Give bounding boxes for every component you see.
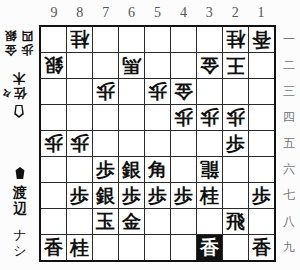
piece: 歩 bbox=[145, 183, 170, 208]
piece: 歩 bbox=[197, 105, 222, 130]
piece: 歩 bbox=[41, 131, 66, 156]
board-cell[interactable] bbox=[249, 131, 274, 156]
piece: 角 bbox=[145, 157, 170, 182]
file-label: 6 bbox=[119, 4, 145, 22]
board-cell[interactable] bbox=[197, 27, 222, 52]
piece: 金 bbox=[119, 209, 144, 234]
board-cell[interactable]: 歩 bbox=[223, 105, 248, 130]
file-label: 1 bbox=[248, 4, 274, 22]
piece: 歩 bbox=[119, 183, 144, 208]
shogi-diagram: 987654321 一二三四五六七八九 桂桂香銀馬金王歩歩金歩歩歩歩歩歩歩銀角龍… bbox=[0, 0, 300, 270]
piece: 歩 bbox=[223, 131, 248, 156]
board-cell[interactable]: 龍 bbox=[197, 157, 222, 182]
piece: 歩 bbox=[249, 183, 274, 208]
board-cell[interactable] bbox=[119, 131, 144, 156]
board-cell[interactable]: 香 bbox=[249, 235, 274, 260]
board-cell[interactable] bbox=[145, 53, 170, 78]
board-cell[interactable] bbox=[223, 183, 248, 208]
piece: 馬 bbox=[119, 53, 144, 78]
board-cell[interactable] bbox=[223, 79, 248, 104]
piece: 桂 bbox=[223, 27, 248, 52]
file-label: 4 bbox=[170, 4, 196, 22]
rank-label: 七 bbox=[281, 182, 297, 208]
board-cell[interactable] bbox=[41, 209, 66, 234]
board-cell[interactable]: 歩 bbox=[171, 183, 196, 208]
board-cell[interactable]: 銀 bbox=[119, 157, 144, 182]
rank-label: 五 bbox=[281, 131, 297, 157]
board-cell[interactable]: 歩 bbox=[41, 131, 66, 156]
file-label: 9 bbox=[41, 4, 67, 22]
rank-label: 六 bbox=[281, 156, 297, 182]
piece: 王 bbox=[223, 53, 248, 78]
board-cell[interactable] bbox=[145, 105, 170, 130]
piece: 歩 bbox=[223, 105, 248, 130]
board-cell[interactable]: 歩 bbox=[67, 131, 92, 156]
piece: 銀 bbox=[93, 183, 118, 208]
board-cell[interactable]: 歩 bbox=[67, 183, 92, 208]
board-cell[interactable] bbox=[145, 131, 170, 156]
board-cell[interactable]: 金 bbox=[197, 53, 222, 78]
piece: 香 bbox=[41, 235, 66, 260]
board-cell[interactable]: 歩 bbox=[119, 183, 144, 208]
gote-captured: 金銀 歩四 bbox=[4, 29, 35, 57]
board-cell[interactable] bbox=[93, 27, 118, 52]
piece: 歩 bbox=[93, 157, 118, 182]
rank-labels: 一二三四五六七八九 bbox=[281, 27, 297, 260]
piece: 金 bbox=[197, 53, 222, 78]
board-cell[interactable] bbox=[41, 157, 66, 182]
sente-captured: ナシ bbox=[13, 227, 28, 259]
board-cell[interactable] bbox=[145, 209, 170, 234]
board-cell[interactable] bbox=[223, 235, 248, 260]
piece: 龍 bbox=[197, 157, 222, 182]
rank-label: 一 bbox=[281, 27, 297, 53]
file-label: 7 bbox=[93, 4, 119, 22]
board-cell[interactable]: 歩 bbox=[145, 79, 170, 104]
board-cell[interactable]: 歩 bbox=[145, 183, 170, 208]
board-cell[interactable] bbox=[223, 157, 248, 182]
board-cell[interactable]: 金 bbox=[171, 79, 196, 104]
board-cell[interactable] bbox=[197, 209, 222, 234]
file-labels: 987654321 bbox=[41, 4, 274, 22]
board-cell[interactable]: 歩 bbox=[223, 131, 248, 156]
board-cell[interactable] bbox=[171, 27, 196, 52]
board-cell[interactable] bbox=[249, 53, 274, 78]
sente-mark-icon bbox=[15, 167, 26, 179]
board-cell[interactable]: 歩 bbox=[249, 183, 274, 208]
piece: 玉 bbox=[93, 209, 118, 234]
file-label: 2 bbox=[222, 4, 248, 22]
gote-captured-column: 金銀 bbox=[4, 29, 18, 57]
sente-info: 渡辺 ナシ bbox=[9, 167, 31, 267]
piece: 飛 bbox=[223, 209, 248, 234]
board-cell[interactable] bbox=[67, 105, 92, 130]
board-cell[interactable] bbox=[171, 157, 196, 182]
piece: 歩 bbox=[67, 183, 92, 208]
rank-label: 九 bbox=[281, 234, 297, 260]
piece: 香 bbox=[249, 235, 274, 260]
board-cell[interactable] bbox=[249, 105, 274, 130]
board-cell[interactable]: 桂 bbox=[223, 27, 248, 52]
board-cell[interactable] bbox=[67, 209, 92, 234]
board-cell[interactable]: 飛 bbox=[223, 209, 248, 234]
board-cell[interactable]: 歩 bbox=[93, 79, 118, 104]
board-cell[interactable] bbox=[93, 131, 118, 156]
piece: 香 bbox=[197, 235, 222, 260]
board-cell[interactable] bbox=[119, 105, 144, 130]
board-cell[interactable] bbox=[171, 235, 196, 260]
board-cell[interactable]: 歩 bbox=[93, 157, 118, 182]
piece: 歩 bbox=[93, 79, 118, 104]
board-cell[interactable] bbox=[41, 79, 66, 104]
board-cell[interactable] bbox=[197, 131, 222, 156]
piece: 桂 bbox=[67, 27, 92, 52]
board-cell[interactable] bbox=[197, 79, 222, 104]
piece: 香 bbox=[249, 27, 274, 52]
board-cell[interactable] bbox=[67, 53, 92, 78]
piece: 桂 bbox=[67, 235, 92, 260]
piece: 歩 bbox=[171, 183, 196, 208]
board-cell[interactable]: 金 bbox=[119, 209, 144, 234]
board-cell[interactable]: 歩 bbox=[197, 105, 222, 130]
file-label: 3 bbox=[196, 4, 222, 22]
board-cell[interactable] bbox=[67, 157, 92, 182]
board-cell[interactable] bbox=[119, 27, 144, 52]
board-cell[interactable] bbox=[171, 131, 196, 156]
rank-label: 三 bbox=[281, 79, 297, 105]
board-cell[interactable] bbox=[93, 105, 118, 130]
board-cell[interactable] bbox=[145, 235, 170, 260]
gote-mark-icon bbox=[13, 105, 25, 118]
gote-info: 佐々木 金銀 歩四 bbox=[1, 4, 37, 118]
board-cell[interactable]: 王 bbox=[223, 53, 248, 78]
board-cell[interactable] bbox=[67, 79, 92, 104]
piece: 歩 bbox=[67, 131, 92, 156]
board-cell[interactable] bbox=[145, 27, 170, 52]
board-cell[interactable]: 桂 bbox=[197, 183, 222, 208]
board-cell[interactable] bbox=[171, 53, 196, 78]
piece: 桂 bbox=[197, 183, 222, 208]
board-cell[interactable] bbox=[93, 53, 118, 78]
rank-label: 八 bbox=[281, 208, 297, 234]
board-cell[interactable] bbox=[249, 79, 274, 104]
board-cell[interactable] bbox=[249, 157, 274, 182]
board-cell[interactable]: 桂 bbox=[67, 27, 92, 52]
piece: 歩 bbox=[171, 105, 196, 130]
piece: 銀 bbox=[119, 157, 144, 182]
file-label: 8 bbox=[67, 4, 93, 22]
shogi-board: 桂桂香銀馬金王歩歩金歩歩歩歩歩歩歩銀角龍歩銀歩歩歩桂歩玉金飛香桂香香 bbox=[39, 25, 276, 262]
sente-name: 渡辺 bbox=[13, 185, 28, 217]
board-cell[interactable]: 香 bbox=[249, 27, 274, 52]
board-cell[interactable] bbox=[41, 27, 66, 52]
board-cell[interactable]: 角 bbox=[145, 157, 170, 182]
piece: 歩 bbox=[145, 79, 170, 104]
board-cell[interactable] bbox=[41, 183, 66, 208]
board-cell[interactable] bbox=[119, 79, 144, 104]
board-cell[interactable]: 香 bbox=[197, 235, 222, 260]
board-cell[interactable]: 香 bbox=[41, 235, 66, 260]
board-cell[interactable]: 玉 bbox=[93, 209, 118, 234]
file-label: 5 bbox=[145, 4, 171, 22]
board-cell[interactable]: 馬 bbox=[119, 53, 144, 78]
board-cell[interactable]: 歩 bbox=[171, 105, 196, 130]
board-cell[interactable] bbox=[171, 209, 196, 234]
board-cell[interactable]: 銀 bbox=[93, 183, 118, 208]
rank-label: 四 bbox=[281, 105, 297, 131]
gote-name: 佐々木 bbox=[12, 71, 27, 101]
piece: 銀 bbox=[41, 53, 66, 78]
board-cell[interactable] bbox=[41, 105, 66, 130]
gote-captured-column: 歩四 bbox=[21, 29, 35, 57]
board-cell[interactable]: 桂 bbox=[67, 235, 92, 260]
rank-label: 二 bbox=[281, 53, 297, 79]
board-cell[interactable]: 銀 bbox=[41, 53, 66, 78]
board-cell[interactable] bbox=[93, 235, 118, 260]
piece: 金 bbox=[171, 79, 196, 104]
board-cell[interactable] bbox=[119, 235, 144, 260]
board-cell[interactable] bbox=[249, 209, 274, 234]
